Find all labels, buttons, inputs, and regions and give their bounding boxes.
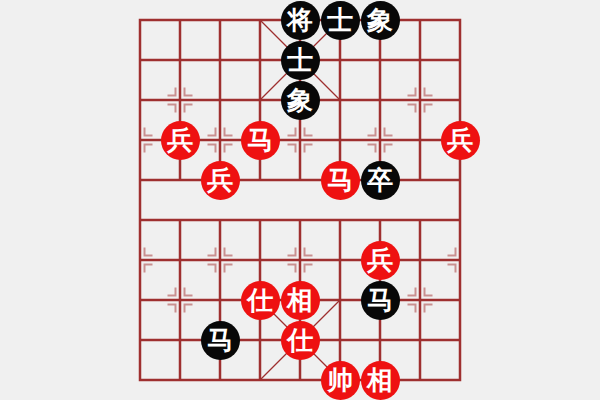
board-grid: 将士象士象兵马兵兵马卒兵仕相马马仕帅相 [120, 0, 480, 400]
piece-black-general[interactable]: 将 [281, 1, 320, 40]
piece-red-elephant-2[interactable]: 相 [361, 361, 400, 400]
piece-black-horse-1[interactable]: 马 [361, 281, 400, 320]
piece-black-elephant-1[interactable]: 象 [361, 1, 400, 40]
piece-black-horse-2[interactable]: 马 [201, 321, 240, 360]
piece-red-advisor-1[interactable]: 仕 [241, 281, 280, 320]
piece-red-horse-1[interactable]: 马 [241, 121, 280, 160]
piece-black-elephant-2[interactable]: 象 [281, 81, 320, 120]
piece-red-soldier-1[interactable]: 兵 [161, 121, 200, 160]
piece-red-general[interactable]: 帅 [321, 361, 360, 400]
piece-red-soldier-4[interactable]: 兵 [361, 241, 400, 280]
piece-red-elephant-1[interactable]: 相 [281, 281, 320, 320]
xiangqi-board: 将士象士象兵马兵兵马卒兵仕相马马仕帅相 [0, 0, 600, 400]
piece-red-horse-2[interactable]: 马 [321, 161, 360, 200]
piece-black-soldier[interactable]: 卒 [361, 161, 400, 200]
piece-red-advisor-2[interactable]: 仕 [281, 321, 320, 360]
piece-red-soldier-3[interactable]: 兵 [201, 161, 240, 200]
piece-black-advisor-2[interactable]: 士 [281, 41, 320, 80]
piece-black-advisor-1[interactable]: 士 [321, 1, 360, 40]
piece-red-soldier-2[interactable]: 兵 [441, 121, 480, 160]
